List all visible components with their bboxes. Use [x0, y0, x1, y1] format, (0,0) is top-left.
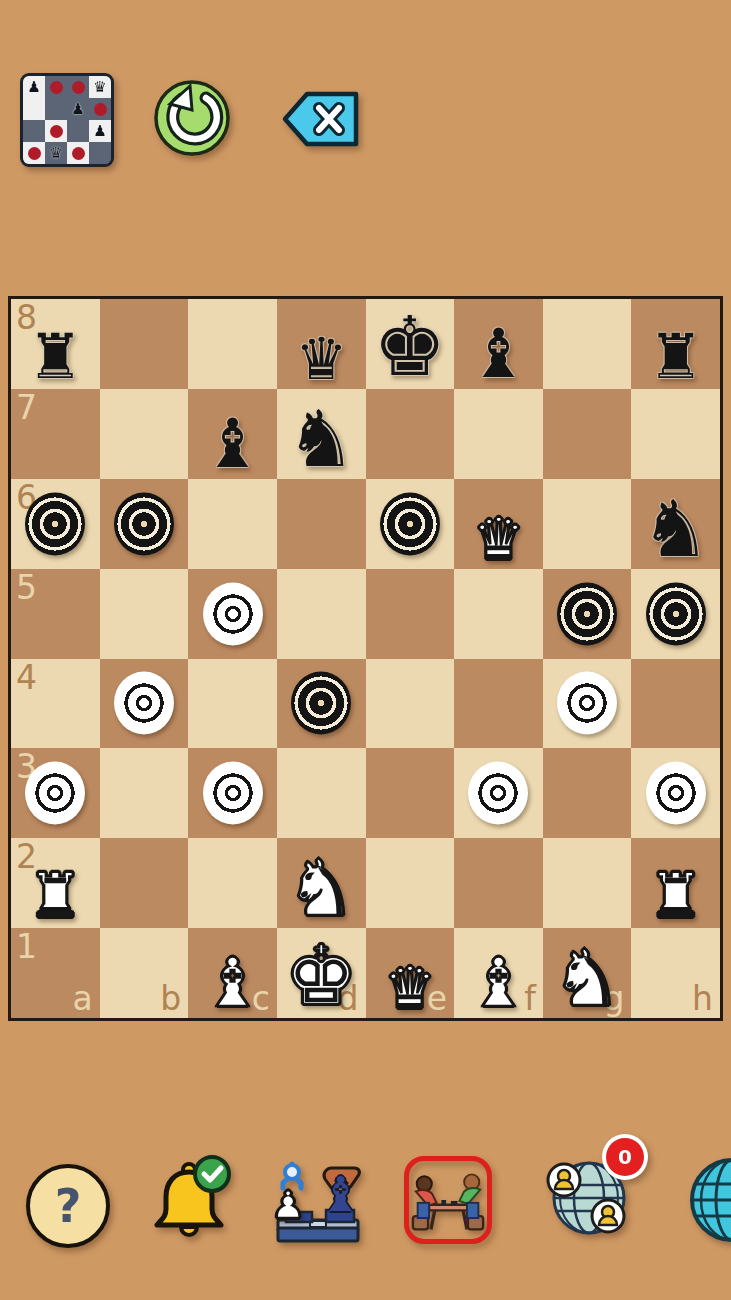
white-queen-met[interactable]: ♛	[384, 959, 436, 1017]
backspace-button[interactable]	[281, 91, 361, 151]
square-a2[interactable]: 2♜	[11, 838, 100, 928]
square-h2[interactable]: ♜	[631, 838, 720, 928]
square-h3[interactable]	[631, 748, 720, 838]
question-mark-icon: ?	[55, 1179, 82, 1233]
notifications-button[interactable]	[146, 1154, 236, 1252]
square-g8[interactable]	[543, 299, 632, 389]
square-a6[interactable]: 6	[11, 479, 100, 569]
square-b4[interactable]	[100, 659, 189, 749]
app-screen: ♟♛♟♟♛ 8♜♛♚♝♜7♝♞6♛♞5432♜♞♜1abc♝d♚e♛f♝g♞h …	[0, 0, 731, 1300]
square-e6[interactable]	[366, 479, 455, 569]
square-f4[interactable]	[454, 659, 543, 749]
square-d6[interactable]	[277, 479, 366, 569]
black-pawn-bia[interactable]	[380, 492, 440, 555]
square-d7[interactable]: ♞	[277, 389, 366, 479]
black-pawn-bia[interactable]	[25, 492, 85, 555]
square-e1[interactable]: e♛	[366, 928, 455, 1018]
file-label: b	[160, 982, 181, 1015]
check-badge-icon	[195, 1157, 229, 1191]
play-vs-device-button[interactable]: ♟ ♝	[272, 1158, 364, 1244]
square-c7[interactable]: ♝	[188, 389, 277, 479]
editor-icon-cell	[89, 98, 111, 120]
square-f1[interactable]: f♝	[454, 928, 543, 1018]
square-h6[interactable]: ♞	[631, 479, 720, 569]
white-knight[interactable]: ♞	[552, 939, 622, 1017]
black-king[interactable]: ♚	[373, 306, 447, 388]
white-queen-met[interactable]: ♛	[472, 510, 524, 568]
square-a7[interactable]: 7	[11, 389, 100, 479]
editor-icon-cell	[89, 142, 111, 164]
white-pawn-bia[interactable]	[468, 762, 528, 825]
square-b7[interactable]	[100, 389, 189, 479]
square-b2[interactable]	[100, 838, 189, 928]
square-d3[interactable]	[277, 748, 366, 838]
rank-label: 4	[16, 661, 37, 694]
square-h7[interactable]	[631, 389, 720, 479]
help-button[interactable]: ?	[26, 1164, 110, 1248]
square-g4[interactable]	[543, 659, 632, 749]
square-a1[interactable]: 1a	[11, 928, 100, 1018]
black-knight[interactable]: ♞	[286, 400, 356, 478]
white-rook[interactable]: ♜	[648, 865, 704, 927]
blue-bishop-icon: ♝	[319, 1170, 362, 1218]
avatar-icon	[548, 1164, 580, 1196]
black-bishop-khon[interactable]: ♝	[468, 320, 529, 388]
editor-icon-cell	[67, 120, 89, 142]
editor-icon-cell	[67, 142, 89, 164]
square-f7[interactable]	[454, 389, 543, 479]
makruk-board: 8♜♛♚♝♜7♝♞6♛♞5432♜♞♜1abc♝d♚e♛f♝g♞h	[8, 296, 723, 1021]
square-c6[interactable]	[188, 479, 277, 569]
square-e2[interactable]	[366, 838, 455, 928]
square-h8[interactable]: ♜	[631, 299, 720, 389]
white-pawn-bia[interactable]	[25, 762, 85, 825]
players-table-icon	[410, 1163, 486, 1237]
square-b6[interactable]	[100, 479, 189, 569]
square-g7[interactable]	[543, 389, 632, 479]
white-pawn-icon: ♟	[271, 1186, 305, 1243]
black-rook[interactable]: ♜	[28, 326, 84, 388]
square-e5[interactable]	[366, 569, 455, 659]
online-globe-button[interactable]	[688, 1156, 731, 1248]
square-g5[interactable]	[543, 569, 632, 659]
rank-label: 5	[16, 571, 37, 604]
square-c8[interactable]	[188, 299, 277, 389]
editor-icon-cell	[45, 120, 67, 142]
square-e3[interactable]	[366, 748, 455, 838]
rank-label: 1	[16, 930, 37, 963]
square-d5[interactable]	[277, 569, 366, 659]
square-c1[interactable]: c♝	[188, 928, 277, 1018]
editor-icon-cell	[45, 98, 67, 120]
local-two-player-button[interactable]	[404, 1156, 492, 1244]
square-f2[interactable]	[454, 838, 543, 928]
square-d8[interactable]: ♛	[277, 299, 366, 389]
black-pawn-bia[interactable]	[557, 582, 617, 645]
square-f8[interactable]: ♝	[454, 299, 543, 389]
avatar-icon	[592, 1200, 624, 1232]
square-e4[interactable]	[366, 659, 455, 749]
white-bishop-khon[interactable]: ♝	[202, 949, 263, 1017]
white-pawn-bia[interactable]	[646, 762, 706, 825]
editor-icon-cell	[67, 76, 89, 98]
editor-icon-cell	[23, 142, 45, 164]
white-pawn-bia[interactable]	[203, 762, 263, 825]
restart-button[interactable]	[152, 78, 232, 162]
rank-label: 7	[16, 391, 37, 424]
square-a3[interactable]: 3	[11, 748, 100, 838]
square-a4[interactable]: 4	[11, 659, 100, 749]
square-h1[interactable]: h	[631, 928, 720, 1018]
online-players-button[interactable]: 0	[542, 1150, 636, 1248]
black-pawn-bia[interactable]	[291, 672, 351, 735]
square-b3[interactable]	[100, 748, 189, 838]
editor-icon-cell	[23, 98, 45, 120]
white-knight[interactable]: ♞	[286, 849, 356, 927]
square-c3[interactable]	[188, 748, 277, 838]
white-king[interactable]: ♚	[284, 935, 358, 1017]
square-f5[interactable]	[454, 569, 543, 659]
black-knight[interactable]: ♞	[641, 490, 711, 568]
editor-icon-cell: ♟	[23, 76, 45, 98]
square-c5[interactable]	[188, 569, 277, 659]
white-pawn-bia[interactable]	[114, 672, 174, 735]
editor-icon-cell	[45, 76, 67, 98]
square-h4[interactable]	[631, 659, 720, 749]
square-b8[interactable]	[100, 299, 189, 389]
black-rook[interactable]: ♜	[648, 326, 704, 388]
square-d2[interactable]: ♞	[277, 838, 366, 928]
square-a5[interactable]: 5	[11, 569, 100, 659]
backspace-x-icon	[281, 91, 361, 147]
square-d4[interactable]	[277, 659, 366, 749]
editor-icon-cell: ♛	[45, 142, 67, 164]
white-rook[interactable]: ♜	[28, 865, 84, 927]
editor-icon-cell	[23, 120, 45, 142]
black-pawn-bia[interactable]	[114, 492, 174, 555]
black-bishop-khon[interactable]: ♝	[202, 410, 263, 478]
square-h5[interactable]	[631, 569, 720, 659]
editor-icon-cell: ♟	[89, 120, 111, 142]
square-g6[interactable]	[543, 479, 632, 569]
square-e8[interactable]: ♚	[366, 299, 455, 389]
square-g3[interactable]	[543, 748, 632, 838]
editor-icon-cell: ♛	[89, 76, 111, 98]
square-f6[interactable]: ♛	[454, 479, 543, 569]
square-d1[interactable]: d♚	[277, 928, 366, 1018]
square-e7[interactable]	[366, 389, 455, 479]
white-pawn-bia[interactable]	[557, 672, 617, 735]
restart-arrow-icon	[152, 78, 232, 158]
square-b5[interactable]	[100, 569, 189, 659]
globe-icon	[688, 1156, 731, 1244]
square-a8[interactable]: 8♜	[11, 299, 100, 389]
square-g1[interactable]: g♞	[543, 928, 632, 1018]
white-bishop-khon[interactable]: ♝	[468, 949, 529, 1017]
black-pawn-bia[interactable]	[646, 582, 706, 645]
white-pawn-bia[interactable]	[203, 582, 263, 645]
square-g2[interactable]	[543, 838, 632, 928]
square-c2[interactable]	[188, 838, 277, 928]
file-label: a	[72, 982, 92, 1015]
online-count-badge: 0	[606, 1138, 644, 1176]
file-label: h	[692, 982, 713, 1015]
square-f3[interactable]	[454, 748, 543, 838]
bell-icon	[146, 1154, 236, 1248]
black-queen-met[interactable]: ♛	[295, 330, 347, 388]
board-editor-button[interactable]: ♟♛♟♟♛	[20, 73, 114, 167]
editor-icon-cell: ♟	[67, 98, 89, 120]
square-b1[interactable]: b	[100, 928, 189, 1018]
square-c4[interactable]	[188, 659, 277, 749]
